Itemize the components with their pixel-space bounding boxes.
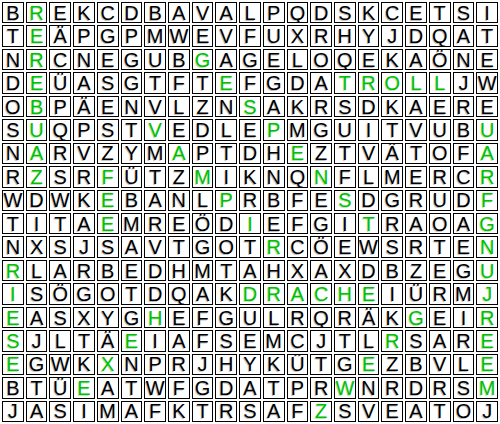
grid-cell-r9c20[interactable]: D [453,190,475,211]
grid-cell-r4c18-found[interactable]: L [405,72,427,93]
grid-cell-r16c6[interactable]: N [121,354,143,375]
grid-cell-r12c19[interactable]: E [429,260,451,281]
grid-cell-r4c13[interactable]: D [287,72,309,93]
grid-cell-r17c21-found[interactable]: M [476,377,498,398]
grid-cell-r17c16[interactable]: N [358,377,380,398]
grid-cell-r4c11[interactable]: F [239,72,261,93]
grid-cell-r2c21[interactable]: T [476,25,498,46]
grid-cell-r18c9[interactable]: T [192,401,214,422]
grid-cell-r18c18[interactable]: A [405,401,427,422]
grid-cell-r3c17[interactable]: K [381,49,403,70]
grid-cell-r10c19[interactable]: O [429,213,451,234]
grid-cell-r5c13[interactable]: K [287,96,309,117]
grid-cell-r3c20[interactable]: N [453,49,475,70]
grid-cell-r12c14[interactable]: A [310,260,332,281]
grid-cell-r15c15[interactable]: T [334,330,356,351]
grid-cell-r7c19[interactable]: O [429,143,451,164]
grid-cell-r12c13[interactable]: X [287,260,309,281]
grid-cell-r15c8[interactable]: A [168,330,190,351]
grid-cell-r17c19[interactable]: R [429,377,451,398]
grid-cell-r2c15[interactable]: H [334,25,356,46]
grid-cell-r17c1[interactable]: B [2,377,24,398]
grid-cell-r5c6[interactable]: N [121,96,143,117]
grid-cell-r3c21[interactable]: E [476,49,498,70]
grid-cell-r2c10[interactable]: V [215,25,237,46]
grid-cell-r5c21[interactable]: E [476,96,498,117]
grid-cell-r7c16[interactable]: V [358,143,380,164]
grid-cell-r12c3[interactable]: A [49,260,71,281]
grid-cell-r12c12[interactable]: H [263,260,285,281]
grid-cell-r10c3[interactable]: T [49,213,71,234]
grid-cell-r4c4[interactable]: A [73,72,95,93]
grid-cell-r5c8[interactable]: L [168,96,190,117]
grid-cell-r17c20[interactable]: S [453,377,475,398]
grid-cell-r16c5-found[interactable]: X [97,354,119,375]
grid-cell-r9c3[interactable]: W [49,190,71,211]
grid-cell-r7c14[interactable]: Z [310,143,332,164]
grid-cell-r6c15[interactable]: U [334,119,356,140]
grid-cell-r5c18[interactable]: A [405,96,427,117]
grid-cell-r10c13[interactable]: F [287,213,309,234]
grid-cell-r11c20[interactable]: E [453,236,475,257]
grid-cell-r9c18[interactable]: R [405,190,427,211]
grid-cell-r6c4[interactable]: P [73,119,95,140]
grid-cell-r11c3[interactable]: S [49,236,71,257]
grid-cell-r5c7[interactable]: V [144,96,166,117]
grid-cell-r17c7[interactable]: W [144,377,166,398]
grid-cell-r14c2[interactable]: A [26,307,48,328]
grid-cell-r3c16[interactable]: E [358,49,380,70]
grid-cell-r14c12[interactable]: L [263,307,285,328]
grid-cell-r13c18[interactable]: Ü [405,283,427,304]
grid-cell-r3c9-found[interactable]: G [192,49,214,70]
grid-cell-r10c1[interactable]: T [2,213,24,234]
grid-cell-r8c12[interactable]: N [263,166,285,187]
grid-cell-r6c5[interactable]: S [97,119,119,140]
grid-cell-r15c13[interactable]: C [287,330,309,351]
grid-cell-r16c11[interactable]: Y [239,354,261,375]
grid-cell-r14c1-found[interactable]: E [2,307,24,328]
grid-cell-r17c13[interactable]: P [287,377,309,398]
grid-cell-r1c19[interactable]: T [429,2,451,23]
grid-cell-r13c21-found[interactable]: J [476,283,498,304]
grid-cell-r14c21-found[interactable]: R [476,307,498,328]
grid-cell-r7c17[interactable]: Ä [381,143,403,164]
grid-cell-r10c4[interactable]: A [73,213,95,234]
grid-cell-r18c6[interactable]: A [121,401,143,422]
grid-cell-r15c19[interactable]: A [429,330,451,351]
grid-cell-r9c5-found[interactable]: E [97,190,119,211]
grid-cell-r6c14[interactable]: G [310,119,332,140]
grid-cell-r9c12[interactable]: B [263,190,285,211]
grid-cell-r16c8[interactable]: R [168,354,190,375]
grid-cell-r15c10[interactable]: S [215,330,237,351]
grid-cell-r18c16[interactable]: V [358,401,380,422]
grid-cell-r16c13[interactable]: Ü [287,354,309,375]
grid-cell-r5c17[interactable]: K [381,96,403,117]
grid-cell-r15c2[interactable]: J [26,330,48,351]
grid-cell-r1c6[interactable]: D [121,2,143,23]
grid-cell-r7c2-found[interactable]: A [26,143,48,164]
grid-cell-r15c20[interactable]: R [453,330,475,351]
grid-cell-r6c21-found[interactable]: U [476,119,498,140]
grid-cell-r10c7[interactable]: R [144,213,166,234]
grid-cell-r11c2[interactable]: X [26,236,48,257]
grid-cell-r18c11[interactable]: S [239,401,261,422]
grid-cell-r15c18[interactable]: S [405,330,427,351]
grid-cell-r18c20[interactable]: O [453,401,475,422]
grid-cell-r11c5[interactable]: S [97,236,119,257]
grid-cell-r11c8[interactable]: T [168,236,190,257]
grid-cell-r9c16[interactable]: D [358,190,380,211]
grid-cell-r17c14[interactable]: R [310,377,332,398]
grid-cell-r10c15[interactable]: I [334,213,356,234]
grid-cell-r8c21-found[interactable]: R [476,166,498,187]
grid-cell-r18c12[interactable]: A [263,401,285,422]
grid-cell-r3c13[interactable]: L [287,49,309,70]
grid-cell-r2c9[interactable]: E [192,25,214,46]
grid-cell-r1c7[interactable]: B [144,2,166,23]
grid-cell-r16c14[interactable]: T [310,354,332,375]
grid-cell-r6c11[interactable]: E [239,119,261,140]
grid-cell-r9c1[interactable]: W [2,190,24,211]
grid-cell-r16c9[interactable]: J [192,354,214,375]
grid-cell-r7c12[interactable]: H [263,143,285,164]
grid-cell-r5c3[interactable]: P [49,96,71,117]
grid-cell-r11c11[interactable]: T [239,236,261,257]
grid-cell-r4c9[interactable]: T [192,72,214,93]
grid-cell-r6c1[interactable]: S [2,119,24,140]
grid-cell-r1c3[interactable]: E [49,2,71,23]
grid-cell-r11c4[interactable]: J [73,236,95,257]
grid-cell-r3c3[interactable]: C [49,49,71,70]
grid-cell-r17c17[interactable]: R [381,377,403,398]
grid-cell-r17c12[interactable]: T [263,377,285,398]
grid-cell-r11c19[interactable]: T [429,236,451,257]
grid-cell-r13c15-found[interactable]: H [334,283,356,304]
grid-cell-r13c7[interactable]: D [144,283,166,304]
grid-cell-r5c14[interactable]: R [310,96,332,117]
grid-cell-r14c18-found[interactable]: G [405,307,427,328]
grid-cell-r2c13[interactable]: X [287,25,309,46]
grid-cell-r18c1[interactable]: J [2,401,24,422]
grid-cell-r3c12[interactable]: E [263,49,285,70]
grid-cell-r7c21-found[interactable]: A [476,143,498,164]
grid-cell-r18c7[interactable]: F [144,401,166,422]
grid-cell-r5c20[interactable]: R [453,96,475,117]
grid-cell-r2c4[interactable]: P [73,25,95,46]
grid-cell-r18c15[interactable]: S [334,401,356,422]
grid-cell-r10c8[interactable]: E [168,213,190,234]
grid-cell-r8c10[interactable]: I [215,166,237,187]
grid-cell-r2c19[interactable]: Q [429,25,451,46]
grid-cell-r5c1[interactable]: O [2,96,24,117]
grid-cell-r15c14[interactable]: J [310,330,332,351]
grid-cell-r12c15[interactable]: X [334,260,356,281]
grid-cell-r11c21-found[interactable]: N [476,236,498,257]
grid-cell-r10c10[interactable]: D [215,213,237,234]
grid-cell-r4c19-found[interactable]: L [429,72,451,93]
grid-cell-r2c20[interactable]: A [453,25,475,46]
grid-cell-r2c8[interactable]: W [168,25,190,46]
grid-cell-r7c20[interactable]: F [453,143,475,164]
grid-cell-r8c2-found[interactable]: Z [26,166,48,187]
grid-cell-r9c8[interactable]: N [168,190,190,211]
grid-cell-r9c7[interactable]: A [144,190,166,211]
grid-cell-r12c20[interactable]: G [453,260,475,281]
grid-cell-r1c13[interactable]: Q [287,2,309,23]
grid-cell-r17c4-found[interactable]: E [73,377,95,398]
grid-cell-r16c21-found[interactable]: E [476,354,498,375]
grid-cell-r12c1-found[interactable]: R [2,260,24,281]
grid-cell-r8c17[interactable]: M [381,166,403,187]
grid-cell-r15c6-found[interactable]: E [121,330,143,351]
grid-cell-r6c6[interactable]: T [121,119,143,140]
grid-cell-r12c11[interactable]: A [239,260,261,281]
grid-cell-r3c10[interactable]: A [215,49,237,70]
grid-cell-r5c5[interactable]: E [97,96,119,117]
grid-cell-r5c19[interactable]: E [429,96,451,117]
grid-cell-r12c2[interactable]: L [26,260,48,281]
grid-cell-r2c5[interactable]: G [97,25,119,46]
grid-cell-r9c15-found[interactable]: S [334,190,356,211]
grid-cell-r5c11-found[interactable]: S [239,96,261,117]
grid-cell-r6c20[interactable]: B [453,119,475,140]
grid-cell-r13c8[interactable]: Q [168,283,190,304]
grid-cell-r8c7[interactable]: T [144,166,166,187]
grid-cell-r6c18[interactable]: V [405,119,427,140]
grid-cell-r15c3[interactable]: L [49,330,71,351]
grid-cell-r5c10[interactable]: N [215,96,237,117]
grid-cell-r4c8[interactable]: F [168,72,190,93]
grid-cell-r9c11[interactable]: R [239,190,261,211]
grid-cell-r1c16[interactable]: K [358,2,380,23]
grid-cell-r17c11[interactable]: A [239,377,261,398]
grid-cell-r11c9[interactable]: G [192,236,214,257]
grid-cell-r3c19[interactable]: Ö [429,49,451,70]
grid-cell-r3c4[interactable]: N [73,49,95,70]
grid-cell-r14c14[interactable]: Q [310,307,332,328]
grid-cell-r6c19[interactable]: U [429,119,451,140]
grid-cell-r10c6[interactable]: M [121,213,143,234]
grid-cell-r10c21-found[interactable]: G [476,213,498,234]
grid-cell-r7c11[interactable]: D [239,143,261,164]
grid-cell-r11c10[interactable]: O [215,236,237,257]
grid-cell-r1c21[interactable]: I [476,2,498,23]
grid-cell-r16c2[interactable]: G [26,354,48,375]
grid-cell-r11c12-found[interactable]: R [263,236,285,257]
grid-cell-r4c14[interactable]: A [310,72,332,93]
grid-cell-r7c7[interactable]: M [144,143,166,164]
grid-cell-r6c8[interactable]: E [168,119,190,140]
grid-cell-r2c1[interactable]: T [2,25,24,46]
grid-cell-r18c13[interactable]: F [287,401,309,422]
grid-cell-r15c21-found[interactable]: E [476,330,498,351]
grid-cell-r7c1[interactable]: N [2,143,24,164]
grid-cell-r13c10[interactable]: K [215,283,237,304]
grid-cell-r13c13-found[interactable]: A [287,283,309,304]
grid-cell-r9c19[interactable]: U [429,190,451,211]
grid-cell-r7c13-found[interactable]: E [287,143,309,164]
grid-cell-r14c9[interactable]: F [192,307,214,328]
grid-cell-r1c10[interactable]: A [215,2,237,23]
grid-cell-r8c8[interactable]: Z [168,166,190,187]
grid-cell-r16c10[interactable]: H [215,354,237,375]
grid-cell-r10c20[interactable]: A [453,213,475,234]
grid-cell-r5c4[interactable]: Ä [73,96,95,117]
grid-cell-r7c8-found[interactable]: A [168,143,190,164]
grid-cell-r9c9[interactable]: L [192,190,214,211]
grid-cell-r11c13[interactable]: C [287,236,309,257]
grid-cell-r2c12[interactable]: U [263,25,285,46]
grid-cell-r4c17-found[interactable]: O [381,72,403,93]
grid-cell-r1c14[interactable]: D [310,2,332,23]
grid-cell-r7c5[interactable]: Z [97,143,119,164]
grid-cell-r14c16[interactable]: Ä [358,307,380,328]
grid-cell-r8c18[interactable]: E [405,166,427,187]
grid-cell-r13c3[interactable]: Ö [49,283,71,304]
grid-cell-r18c5[interactable]: M [97,401,119,422]
grid-cell-r2c16[interactable]: Y [358,25,380,46]
grid-cell-r8c9-found[interactable]: M [192,166,214,187]
grid-cell-r5c12[interactable]: A [263,96,285,117]
grid-cell-r18c21[interactable]: J [476,401,498,422]
grid-cell-r11c7[interactable]: V [144,236,166,257]
grid-cell-r6c7-found[interactable]: V [144,119,166,140]
grid-cell-r4c2-found[interactable]: E [26,72,48,93]
grid-cell-r12c8[interactable]: H [168,260,190,281]
grid-cell-r4c6[interactable]: G [121,72,143,93]
grid-cell-r17c6[interactable]: T [121,377,143,398]
grid-cell-r10c18[interactable]: A [405,213,427,234]
grid-cell-r1c11[interactable]: L [239,2,261,23]
grid-cell-r12c21-found[interactable]: U [476,260,498,281]
grid-cell-r13c17[interactable]: I [381,283,403,304]
grid-cell-r15c4[interactable]: T [73,330,95,351]
grid-cell-r13c19[interactable]: R [429,283,451,304]
grid-cell-r10c2[interactable]: I [26,213,48,234]
grid-cell-r2c11[interactable]: F [239,25,261,46]
grid-cell-r4c10-found[interactable]: E [215,72,237,93]
grid-cell-r8c4[interactable]: R [73,166,95,187]
grid-cell-r5c16[interactable]: D [358,96,380,117]
grid-cell-r8c19[interactable]: R [429,166,451,187]
grid-cell-r9c14[interactable]: E [310,190,332,211]
grid-cell-r16c15[interactable]: G [334,354,356,375]
grid-cell-r7c15[interactable]: T [334,143,356,164]
grid-cell-r17c2[interactable]: T [26,377,48,398]
grid-cell-r15c9[interactable]: F [192,330,214,351]
grid-cell-r7c6[interactable]: Y [121,143,143,164]
grid-cell-r11c17[interactable]: S [381,236,403,257]
grid-cell-r18c8[interactable]: K [168,401,190,422]
grid-cell-r2c3[interactable]: Ä [49,25,71,46]
grid-cell-r17c10[interactable]: D [215,377,237,398]
grid-cell-r5c2-found[interactable]: B [26,96,48,117]
grid-cell-r14c20[interactable]: I [453,307,475,328]
grid-cell-r3c18[interactable]: A [405,49,427,70]
grid-cell-r4c7[interactable]: T [144,72,166,93]
grid-cell-r8c5-found[interactable]: F [97,166,119,187]
grid-cell-r14c13[interactable]: R [287,307,309,328]
grid-cell-r13c14-found[interactable]: C [310,283,332,304]
grid-cell-r11c15[interactable]: E [334,236,356,257]
grid-cell-r9c2[interactable]: D [26,190,48,211]
grid-cell-r7c4[interactable]: V [73,143,95,164]
grid-cell-r2c17[interactable]: J [381,25,403,46]
grid-cell-r8c6[interactable]: Ü [121,166,143,187]
grid-cell-r12c18[interactable]: Z [405,260,427,281]
grid-cell-r3c11[interactable]: G [239,49,261,70]
grid-cell-r8c15[interactable]: F [334,166,356,187]
grid-cell-r3c1[interactable]: N [2,49,24,70]
grid-cell-r8c16[interactable]: L [358,166,380,187]
grid-cell-r6c16[interactable]: I [358,119,380,140]
grid-cell-r16c4[interactable]: K [73,354,95,375]
grid-cell-r3c15[interactable]: Q [334,49,356,70]
grid-cell-r11c14[interactable]: Ö [310,236,332,257]
grid-cell-r8c1[interactable]: R [2,166,24,187]
grid-cell-r2c6[interactable]: P [121,25,143,46]
grid-cell-r15c16[interactable]: L [358,330,380,351]
grid-cell-r1c8[interactable]: A [168,2,190,23]
grid-cell-r9c21-found[interactable]: F [476,190,498,211]
grid-cell-r9c10-found[interactable]: P [215,190,237,211]
grid-cell-r4c12[interactable]: G [263,72,285,93]
grid-cell-r1c4[interactable]: K [73,2,95,23]
grid-cell-r4c15-found[interactable]: T [334,72,356,93]
grid-cell-r8c14-found[interactable]: N [310,166,332,187]
grid-cell-r2c14[interactable]: R [310,25,332,46]
grid-cell-r1c18[interactable]: E [405,2,427,23]
grid-cell-r13c1-found[interactable]: I [2,283,24,304]
grid-cell-r9c4[interactable]: K [73,190,95,211]
grid-cell-r3c14[interactable]: O [310,49,332,70]
grid-cell-r2c2-found[interactable]: E [26,25,48,46]
grid-cell-r1c5[interactable]: C [97,2,119,23]
grid-cell-r5c15[interactable]: S [334,96,356,117]
grid-cell-r16c7[interactable]: P [144,354,166,375]
grid-cell-r7c3[interactable]: R [49,143,71,164]
grid-cell-r11c18[interactable]: R [405,236,427,257]
grid-cell-r17c15-found[interactable]: W [334,377,356,398]
grid-cell-r16c19[interactable]: V [429,354,451,375]
grid-cell-r13c4[interactable]: G [73,283,95,304]
grid-cell-r11c16[interactable]: W [358,236,380,257]
grid-cell-r10c17[interactable]: R [381,213,403,234]
grid-cell-r17c9[interactable]: G [192,377,214,398]
grid-cell-r10c9[interactable]: Ö [192,213,214,234]
grid-cell-r6c3[interactable]: Q [49,119,71,140]
grid-cell-r4c1[interactable]: D [2,72,24,93]
grid-cell-r15c17-found[interactable]: R [381,330,403,351]
grid-cell-r4c5[interactable]: S [97,72,119,93]
grid-cell-r9c17[interactable]: G [381,190,403,211]
grid-cell-r13c9[interactable]: A [192,283,214,304]
grid-cell-r18c3[interactable]: S [49,401,71,422]
grid-cell-r14c10[interactable]: G [215,307,237,328]
grid-cell-r4c16-found[interactable]: R [358,72,380,93]
grid-cell-r15c5[interactable]: Ä [97,330,119,351]
grid-cell-r10c16-found[interactable]: T [358,213,380,234]
grid-cell-r13c20[interactable]: M [453,283,475,304]
grid-cell-r15c12[interactable]: M [263,330,285,351]
grid-cell-r16c16-found[interactable]: E [358,354,380,375]
grid-cell-r4c21[interactable]: W [476,72,498,93]
grid-cell-r14c7-found[interactable]: H [144,307,166,328]
grid-cell-r17c3[interactable]: Ü [49,377,71,398]
grid-cell-r8c13[interactable]: Q [287,166,309,187]
